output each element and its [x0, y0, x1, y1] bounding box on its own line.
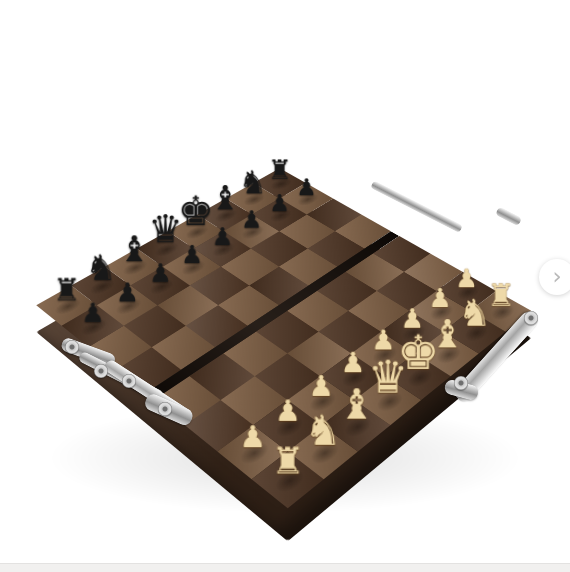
piece-white-pawn: ♟ — [390, 305, 434, 332]
screw-icon — [158, 402, 172, 416]
far-handle-bar — [370, 180, 463, 233]
screw-icon — [454, 376, 468, 390]
piece-black-queen: ♛ — [145, 210, 185, 248]
square-h2: ♟ — [436, 272, 496, 311]
product-photo: ♜♞♝♛♚♝♞♜♟♟♟♟♟♟♟♟♟♟♟♟♟♟♟♟♜♞♝♛♚♝♞♜ — [0, 0, 570, 572]
screw-icon — [94, 364, 108, 378]
screw-icon — [524, 311, 538, 325]
screw-icon — [122, 374, 136, 388]
carousel-next-button[interactable]: › — [539, 259, 570, 295]
far-hinge-end — [495, 206, 522, 226]
piece-black-rook: ♜ — [261, 156, 298, 183]
page-section-edge — [0, 563, 570, 572]
chevron-right-icon: › — [552, 265, 561, 288]
screw-icon — [65, 340, 79, 354]
